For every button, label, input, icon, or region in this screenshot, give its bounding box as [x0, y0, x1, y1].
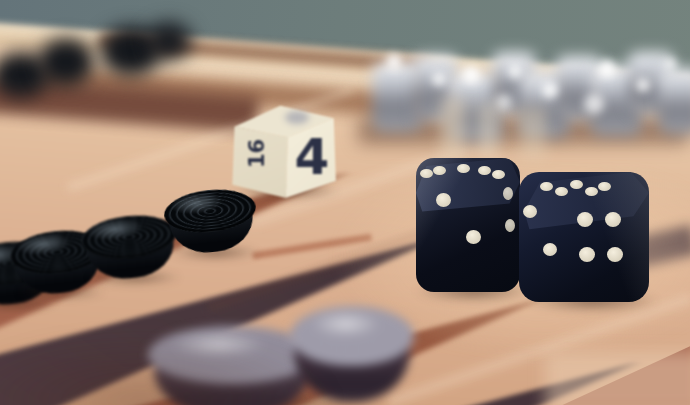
die-pip — [436, 193, 451, 207]
blurred-black-checker[interactable] — [38, 38, 94, 86]
bokeh-highlight — [584, 94, 604, 114]
corner-light-patch — [545, 352, 690, 405]
die-pip — [505, 219, 515, 232]
die-pip — [492, 170, 505, 179]
die-pip — [433, 166, 446, 175]
doubling-cube[interactable]: 16 4 — [228, 103, 337, 198]
bokeh-highlight — [462, 66, 480, 84]
corner-vignette — [0, 330, 340, 405]
cube-side-label: 16 — [247, 135, 268, 172]
die-pip — [543, 243, 557, 256]
silver-checker[interactable] — [658, 68, 690, 134]
cube-top-marking — [285, 111, 309, 124]
die-pip — [420, 169, 433, 178]
bokeh-streak — [478, 104, 498, 159]
die-pip — [577, 212, 593, 227]
die-pip — [478, 166, 491, 175]
bokeh-highlight — [542, 82, 558, 98]
bokeh-streak — [440, 98, 466, 158]
bokeh-highlight — [598, 60, 616, 78]
die-gloss — [519, 172, 649, 302]
bokeh-highlight — [508, 64, 522, 78]
die-pip — [585, 187, 598, 196]
die-pip — [523, 205, 537, 218]
die-pip — [457, 164, 470, 173]
die-pip — [579, 247, 595, 262]
backgammon-photo-scene: 16 4 — [0, 0, 690, 405]
bokeh-highlight — [496, 94, 512, 110]
bokeh-highlight — [432, 72, 446, 86]
bokeh-highlight — [664, 58, 676, 70]
die-pip — [570, 180, 583, 189]
black-checker[interactable] — [162, 185, 260, 256]
bokeh-highlight — [636, 78, 650, 92]
die-pip — [503, 187, 513, 200]
bokeh-highlight — [386, 54, 402, 70]
die-pip — [555, 187, 568, 196]
bokeh-streak — [520, 108, 546, 158]
blurred-black-checker[interactable] — [146, 22, 192, 60]
die-pip — [605, 212, 621, 227]
right-die[interactable] — [519, 172, 649, 302]
left-die[interactable] — [416, 158, 520, 292]
cube-front-label: 4 — [291, 132, 332, 182]
die-pip — [540, 182, 553, 191]
die-pip — [607, 247, 623, 262]
die-pip — [598, 182, 611, 191]
die-pip — [466, 230, 481, 244]
